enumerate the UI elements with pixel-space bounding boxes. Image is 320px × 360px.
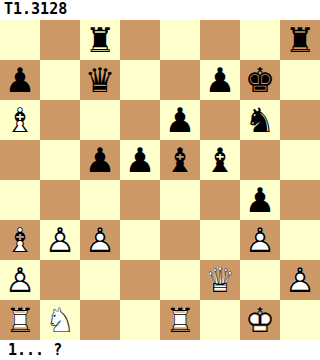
white-pawn-outline: ♙ — [240, 220, 280, 260]
square-a5[interactable] — [0, 140, 40, 180]
white-rook[interactable]: ♜♖ — [0, 300, 40, 340]
black-rook-glyph: ♜ — [80, 20, 120, 60]
black-rook[interactable]: ♜ — [80, 20, 120, 60]
square-b3[interactable]: ♟♙ — [40, 220, 80, 260]
white-queen-outline: ♕ — [200, 260, 240, 300]
square-g7[interactable]: ♚ — [240, 60, 280, 100]
square-g3[interactable]: ♟♙ — [240, 220, 280, 260]
square-f4[interactable] — [200, 180, 240, 220]
black-pawn-glyph: ♟ — [240, 180, 280, 220]
white-bishop-outline: ♗ — [0, 100, 40, 140]
square-d4[interactable] — [120, 180, 160, 220]
square-b7[interactable] — [40, 60, 80, 100]
white-king[interactable]: ♚♔ — [240, 300, 280, 340]
white-rook[interactable]: ♜♖ — [160, 300, 200, 340]
square-g2[interactable] — [240, 260, 280, 300]
black-bishop[interactable]: ♝ — [160, 140, 200, 180]
square-d6[interactable] — [120, 100, 160, 140]
white-pawn-outline: ♙ — [40, 220, 80, 260]
square-b2[interactable] — [40, 260, 80, 300]
square-f8[interactable] — [200, 20, 240, 60]
square-b6[interactable] — [40, 100, 80, 140]
square-b4[interactable] — [40, 180, 80, 220]
square-f2[interactable]: ♛♕ — [200, 260, 240, 300]
square-b1[interactable]: ♞♘ — [40, 300, 80, 340]
black-pawn-glyph: ♟ — [0, 60, 40, 100]
black-king-glyph: ♚ — [240, 60, 280, 100]
square-e7[interactable] — [160, 60, 200, 100]
black-knight-glyph: ♞ — [240, 100, 280, 140]
square-g1[interactable]: ♚♔ — [240, 300, 280, 340]
black-rook-glyph: ♜ — [280, 20, 320, 60]
square-g4[interactable]: ♟ — [240, 180, 280, 220]
square-c8[interactable]: ♜ — [80, 20, 120, 60]
black-pawn[interactable]: ♟ — [160, 100, 200, 140]
black-pawn-glyph: ♟ — [120, 140, 160, 180]
white-pawn[interactable]: ♟♙ — [0, 260, 40, 300]
black-pawn-glyph: ♟ — [160, 100, 200, 140]
square-f5[interactable]: ♝ — [200, 140, 240, 180]
black-queen-glyph: ♛ — [80, 60, 120, 100]
square-d1[interactable] — [120, 300, 160, 340]
square-e2[interactable] — [160, 260, 200, 300]
chess-puzzle-app: T1.3128 ♜♜♟♛♟♚♝♗♟♞♟♟♝♝♟♝♗♟♙♟♙♟♙♟♙♛♕♟♙♜♖♞… — [0, 0, 320, 360]
square-f1[interactable] — [200, 300, 240, 340]
white-bishop[interactable]: ♝♗ — [0, 100, 40, 140]
square-a4[interactable] — [0, 180, 40, 220]
square-f6[interactable] — [200, 100, 240, 140]
square-b8[interactable] — [40, 20, 80, 60]
square-a7[interactable]: ♟ — [0, 60, 40, 100]
black-knight[interactable]: ♞ — [240, 100, 280, 140]
square-e5[interactable]: ♝ — [160, 140, 200, 180]
black-bishop-glyph: ♝ — [200, 140, 240, 180]
chess-board: ♜♜♟♛♟♚♝♗♟♞♟♟♝♝♟♝♗♟♙♟♙♟♙♟♙♛♕♟♙♜♖♞♘♜♖♚♔ — [0, 20, 320, 340]
square-c2[interactable] — [80, 260, 120, 300]
square-d2[interactable] — [120, 260, 160, 300]
square-a3[interactable]: ♝♗ — [0, 220, 40, 260]
white-pawn[interactable]: ♟♙ — [280, 260, 320, 300]
white-rook-outline: ♖ — [160, 300, 200, 340]
square-c1[interactable] — [80, 300, 120, 340]
square-c7[interactable]: ♛ — [80, 60, 120, 100]
square-c3[interactable]: ♟♙ — [80, 220, 120, 260]
square-h5[interactable] — [280, 140, 320, 180]
white-pawn[interactable]: ♟♙ — [80, 220, 120, 260]
square-b5[interactable] — [40, 140, 80, 180]
square-d7[interactable] — [120, 60, 160, 100]
square-h6[interactable] — [280, 100, 320, 140]
square-e6[interactable]: ♟ — [160, 100, 200, 140]
puzzle-title: T1.3128 — [0, 0, 320, 20]
white-pawn-outline: ♙ — [280, 260, 320, 300]
square-f7[interactable]: ♟ — [200, 60, 240, 100]
white-pawn[interactable]: ♟♙ — [240, 220, 280, 260]
square-d8[interactable] — [120, 20, 160, 60]
white-pawn[interactable]: ♟♙ — [40, 220, 80, 260]
white-knight-outline: ♘ — [40, 300, 80, 340]
black-rook[interactable]: ♜ — [280, 20, 320, 60]
square-c6[interactable] — [80, 100, 120, 140]
black-queen[interactable]: ♛ — [80, 60, 120, 100]
square-g5[interactable] — [240, 140, 280, 180]
square-d5[interactable]: ♟ — [120, 140, 160, 180]
square-c5[interactable]: ♟ — [80, 140, 120, 180]
square-e4[interactable] — [160, 180, 200, 220]
square-g8[interactable] — [240, 20, 280, 60]
square-c4[interactable] — [80, 180, 120, 220]
square-h8[interactable]: ♜ — [280, 20, 320, 60]
square-h1[interactable] — [280, 300, 320, 340]
square-h7[interactable] — [280, 60, 320, 100]
square-h3[interactable] — [280, 220, 320, 260]
square-e1[interactable]: ♜♖ — [160, 300, 200, 340]
square-g6[interactable]: ♞ — [240, 100, 280, 140]
move-prompt: 1... ? — [0, 340, 320, 360]
black-pawn[interactable]: ♟ — [240, 180, 280, 220]
white-rook-outline: ♖ — [0, 300, 40, 340]
black-pawn[interactable]: ♟ — [0, 60, 40, 100]
white-king-outline: ♔ — [240, 300, 280, 340]
black-bishop-glyph: ♝ — [160, 140, 200, 180]
black-king[interactable]: ♚ — [240, 60, 280, 100]
square-e8[interactable] — [160, 20, 200, 60]
white-bishop-outline: ♗ — [0, 220, 40, 260]
square-h2[interactable]: ♟♙ — [280, 260, 320, 300]
white-pawn-outline: ♙ — [80, 220, 120, 260]
square-f3[interactable] — [200, 220, 240, 260]
square-a1[interactable]: ♜♖ — [0, 300, 40, 340]
black-pawn[interactable]: ♟ — [200, 60, 240, 100]
black-pawn[interactable]: ♟ — [120, 140, 160, 180]
black-pawn[interactable]: ♟ — [80, 140, 120, 180]
black-pawn-glyph: ♟ — [200, 60, 240, 100]
black-pawn-glyph: ♟ — [80, 140, 120, 180]
square-a8[interactable] — [0, 20, 40, 60]
square-e3[interactable] — [160, 220, 200, 260]
white-bishop[interactable]: ♝♗ — [0, 220, 40, 260]
square-d3[interactable] — [120, 220, 160, 260]
white-pawn-outline: ♙ — [0, 260, 40, 300]
square-a2[interactable]: ♟♙ — [0, 260, 40, 300]
white-knight[interactable]: ♞♘ — [40, 300, 80, 340]
square-a6[interactable]: ♝♗ — [0, 100, 40, 140]
white-queen[interactable]: ♛♕ — [200, 260, 240, 300]
black-bishop[interactable]: ♝ — [200, 140, 240, 180]
square-h4[interactable] — [280, 180, 320, 220]
